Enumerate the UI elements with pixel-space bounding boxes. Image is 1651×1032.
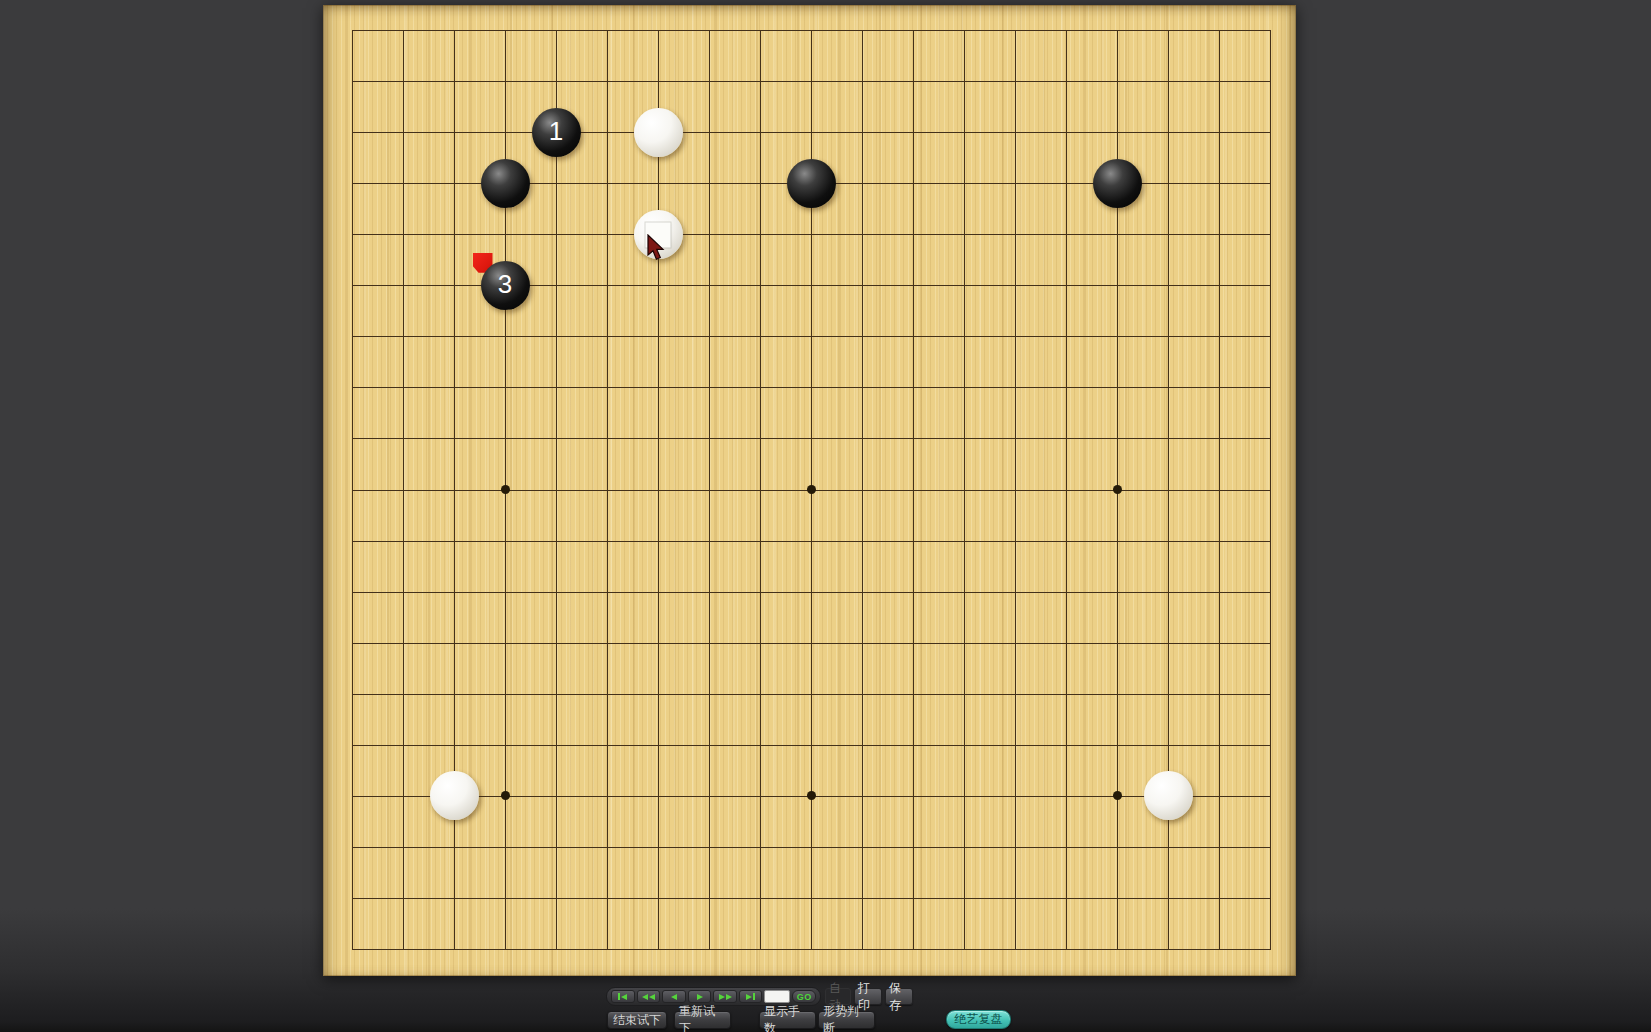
stone-white-C4 bbox=[430, 771, 479, 820]
skip-to-end-icon bbox=[746, 994, 752, 1000]
fast-rewind-icon bbox=[642, 994, 648, 1000]
intersection-G17[interactable] bbox=[633, 107, 684, 158]
stone-white-G17 bbox=[634, 108, 683, 157]
stone-black-D14: 3 bbox=[481, 261, 530, 310]
position-judgment-button[interactable]: 形势判断 bbox=[818, 1011, 875, 1029]
intersection-D14[interactable]: 3 bbox=[480, 260, 531, 311]
stone-black-K16 bbox=[787, 159, 836, 208]
show-move-numbers-button[interactable]: 显示手数 bbox=[759, 1011, 816, 1029]
mouse-cursor-icon bbox=[646, 234, 667, 267]
stone-black-Q16 bbox=[1093, 159, 1142, 208]
save-button[interactable]: 保存 bbox=[885, 988, 913, 1005]
step-forward-icon bbox=[697, 994, 703, 1000]
intersection-Q16[interactable] bbox=[1092, 158, 1143, 209]
star-point bbox=[786, 770, 837, 821]
restart-trial-button[interactable]: 重新试下 bbox=[674, 1011, 731, 1029]
goban-intersections[interactable]: 13 bbox=[327, 5, 1296, 975]
star-point bbox=[480, 464, 531, 515]
skip-to-start-icon bbox=[618, 993, 620, 1000]
end-trial-button[interactable]: 结束试下 bbox=[607, 1011, 667, 1029]
intersection-C4[interactable] bbox=[429, 770, 480, 821]
intersection-E17[interactable]: 1 bbox=[531, 107, 582, 158]
move-number-label: 3 bbox=[498, 271, 512, 297]
jueyi-review-button[interactable]: 绝艺复盘 bbox=[946, 1010, 1011, 1029]
intersection-R4[interactable] bbox=[1143, 770, 1194, 821]
intersection-D16[interactable] bbox=[480, 158, 531, 209]
move-number-label: 1 bbox=[549, 118, 563, 144]
fast-forward-button[interactable] bbox=[713, 990, 737, 1003]
stone-black-D16 bbox=[481, 159, 530, 208]
step-forward-button[interactable] bbox=[688, 990, 712, 1003]
star-point bbox=[1092, 770, 1143, 821]
skip-to-end-button[interactable] bbox=[739, 990, 763, 1003]
stone-white-R4 bbox=[1144, 771, 1193, 820]
step-back-icon bbox=[671, 994, 677, 1000]
go-board: 13 bbox=[323, 5, 1296, 976]
star-point bbox=[1092, 464, 1143, 515]
move-number-input[interactable] bbox=[764, 990, 790, 1003]
intersection-K16[interactable] bbox=[786, 158, 837, 209]
fast-forward-icon bbox=[719, 994, 725, 1000]
step-back-button[interactable] bbox=[662, 990, 686, 1003]
go-button[interactable]: GO bbox=[792, 990, 816, 1003]
skip-to-start-button[interactable] bbox=[611, 990, 635, 1003]
star-point bbox=[786, 464, 837, 515]
stone-black-E17: 1 bbox=[532, 108, 581, 157]
star-point bbox=[480, 770, 531, 821]
fast-rewind-button[interactable] bbox=[637, 990, 661, 1003]
